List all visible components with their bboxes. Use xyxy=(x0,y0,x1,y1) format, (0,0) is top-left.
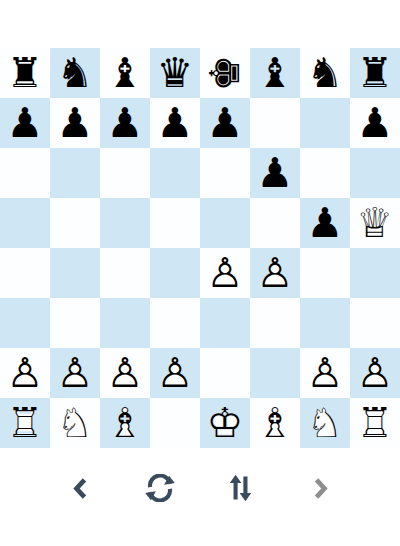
square-h1[interactable]: ♜♖ xyxy=(350,398,400,448)
square-b2[interactable]: ♟♙ xyxy=(50,348,100,398)
chess-board: ♜♞♝♛♚♝♞♜♟♟♟♟♟♟♟♟♛♕♟♙♟♙♟♙♟♙♟♙♟♙♟♙♟♙♜♖♞♘♝♗… xyxy=(0,48,400,448)
square-g6[interactable] xyxy=(300,148,350,198)
piece-black-pawn: ♟ xyxy=(300,198,350,248)
square-f6[interactable]: ♟ xyxy=(250,148,300,198)
square-g2[interactable]: ♟♙ xyxy=(300,348,350,398)
square-b6[interactable] xyxy=(50,148,100,198)
board-area: ♜♞♝♛♚♝♞♜♟♟♟♟♟♟♟♟♛♕♟♙♟♙♟♙♟♙♟♙♟♙♟♙♟♙♜♖♞♘♝♗… xyxy=(0,48,400,448)
square-c2[interactable]: ♟♙ xyxy=(100,348,150,398)
piece-black-king: ♚ xyxy=(200,48,250,98)
square-e5[interactable] xyxy=(200,198,250,248)
piece-black-knight: ♞ xyxy=(300,48,350,98)
square-a2[interactable]: ♟♙ xyxy=(0,348,50,398)
square-h3[interactable] xyxy=(350,298,400,348)
square-e1[interactable]: ♚♔ xyxy=(200,398,250,448)
square-c7[interactable]: ♟ xyxy=(100,98,150,148)
chevron-right-icon xyxy=(311,477,330,500)
square-f5[interactable] xyxy=(250,198,300,248)
square-h2[interactable]: ♟♙ xyxy=(350,348,400,398)
square-b5[interactable] xyxy=(50,198,100,248)
piece-black-bishop: ♝ xyxy=(100,48,150,98)
square-b3[interactable] xyxy=(50,298,100,348)
square-e3[interactable] xyxy=(200,298,250,348)
square-a7[interactable]: ♟ xyxy=(0,98,50,148)
piece-black-knight: ♞ xyxy=(50,48,100,98)
square-c8[interactable]: ♝ xyxy=(100,48,150,98)
piece-black-rook: ♜ xyxy=(350,48,400,98)
square-d3[interactable] xyxy=(150,298,200,348)
square-d2[interactable]: ♟♙ xyxy=(150,348,200,398)
piece-white-pawn: ♟♙ xyxy=(200,248,250,298)
next-move-button[interactable] xyxy=(302,470,338,506)
piece-white-pawn: ♟♙ xyxy=(350,348,400,398)
square-a8[interactable]: ♜ xyxy=(0,48,50,98)
square-g3[interactable] xyxy=(300,298,350,348)
piece-white-rook: ♜♖ xyxy=(350,398,400,448)
square-g4[interactable] xyxy=(300,248,350,298)
square-g7[interactable] xyxy=(300,98,350,148)
piece-white-queen: ♛♕ xyxy=(350,198,400,248)
piece-white-knight: ♞♘ xyxy=(300,398,350,448)
square-a1[interactable]: ♜♖ xyxy=(0,398,50,448)
square-c3[interactable] xyxy=(100,298,150,348)
refresh-icon xyxy=(145,474,175,502)
square-d7[interactable]: ♟ xyxy=(150,98,200,148)
square-a6[interactable] xyxy=(0,148,50,198)
square-a5[interactable] xyxy=(0,198,50,248)
square-g1[interactable]: ♞♘ xyxy=(300,398,350,448)
piece-black-queen: ♛ xyxy=(150,48,200,98)
piece-white-pawn: ♟♙ xyxy=(250,248,300,298)
chevron-left-icon xyxy=(71,477,90,500)
piece-white-pawn: ♟♙ xyxy=(0,348,50,398)
square-g8[interactable]: ♞ xyxy=(300,48,350,98)
piece-white-pawn: ♟♙ xyxy=(50,348,100,398)
square-b7[interactable]: ♟ xyxy=(50,98,100,148)
piece-white-bishop: ♝♗ xyxy=(250,398,300,448)
square-a3[interactable] xyxy=(0,298,50,348)
piece-black-pawn: ♟ xyxy=(200,98,250,148)
piece-black-pawn: ♟ xyxy=(100,98,150,148)
square-f4[interactable]: ♟♙ xyxy=(250,248,300,298)
up-down-arrows-icon xyxy=(229,474,252,502)
square-d8[interactable]: ♛ xyxy=(150,48,200,98)
prev-move-button[interactable] xyxy=(62,470,98,506)
piece-white-knight: ♞♘ xyxy=(50,398,100,448)
piece-white-pawn: ♟♙ xyxy=(300,348,350,398)
square-h4[interactable] xyxy=(350,248,400,298)
square-d6[interactable] xyxy=(150,148,200,198)
square-b8[interactable]: ♞ xyxy=(50,48,100,98)
square-e4[interactable]: ♟♙ xyxy=(200,248,250,298)
square-c1[interactable]: ♝♗ xyxy=(100,398,150,448)
square-e6[interactable] xyxy=(200,148,250,198)
square-e2[interactable] xyxy=(200,348,250,398)
piece-white-pawn: ♟♙ xyxy=(150,348,200,398)
square-b1[interactable]: ♞♘ xyxy=(50,398,100,448)
piece-white-king: ♚♔ xyxy=(200,398,250,448)
square-f8[interactable]: ♝ xyxy=(250,48,300,98)
piece-black-rook: ♜ xyxy=(0,48,50,98)
square-e8[interactable]: ♚ xyxy=(200,48,250,98)
square-e7[interactable]: ♟ xyxy=(200,98,250,148)
flip-board-button[interactable] xyxy=(222,470,258,506)
square-g5[interactable]: ♟ xyxy=(300,198,350,248)
square-a4[interactable] xyxy=(0,248,50,298)
square-h5[interactable]: ♛♕ xyxy=(350,198,400,248)
square-c4[interactable] xyxy=(100,248,150,298)
square-d1[interactable] xyxy=(150,398,200,448)
square-d5[interactable] xyxy=(150,198,200,248)
piece-black-bishop: ♝ xyxy=(250,48,300,98)
square-f1[interactable]: ♝♗ xyxy=(250,398,300,448)
piece-black-pawn: ♟ xyxy=(50,98,100,148)
piece-black-pawn: ♟ xyxy=(250,148,300,198)
square-c5[interactable] xyxy=(100,198,150,248)
piece-black-pawn: ♟ xyxy=(150,98,200,148)
piece-white-bishop: ♝♗ xyxy=(100,398,150,448)
reset-board-button[interactable] xyxy=(142,470,178,506)
square-f3[interactable] xyxy=(250,298,300,348)
square-b4[interactable] xyxy=(50,248,100,298)
move-navigation-bar xyxy=(0,470,400,506)
square-f7[interactable] xyxy=(250,98,300,148)
piece-black-pawn: ♟ xyxy=(350,98,400,148)
piece-white-rook: ♜♖ xyxy=(0,398,50,448)
square-h7[interactable]: ♟ xyxy=(350,98,400,148)
square-d4[interactable] xyxy=(150,248,200,298)
piece-black-pawn: ♟ xyxy=(0,98,50,148)
square-h6[interactable] xyxy=(350,148,400,198)
piece-white-pawn: ♟♙ xyxy=(100,348,150,398)
square-f2[interactable] xyxy=(250,348,300,398)
square-h8[interactable]: ♜ xyxy=(350,48,400,98)
square-c6[interactable] xyxy=(100,148,150,198)
